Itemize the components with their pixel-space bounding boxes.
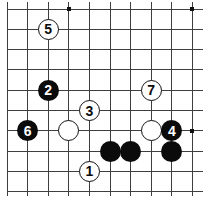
black-stone-move-2: 2 <box>38 80 59 101</box>
white-stone-move-3: 3 <box>79 100 100 121</box>
grid-vline <box>27 2 28 196</box>
white-stone-move-5: 5 <box>38 19 59 40</box>
grid-hline <box>7 69 204 70</box>
grid-hline <box>7 191 204 192</box>
white-stone-move-1: 1 <box>79 161 100 182</box>
white-stone <box>58 120 79 141</box>
black-stone <box>161 141 182 162</box>
grid-vline <box>130 2 131 196</box>
black-stone-move-4: 4 <box>161 120 182 141</box>
grid-hline <box>7 90 204 91</box>
grid-vline <box>171 2 172 196</box>
white-stone-move-7: 7 <box>141 80 162 101</box>
grid-hline <box>7 171 204 172</box>
grid-vline <box>68 2 69 196</box>
grid-hline <box>7 110 204 111</box>
grid-vline <box>110 2 111 196</box>
black-stone <box>100 141 121 162</box>
star-point <box>190 129 194 133</box>
star-point <box>190 7 194 11</box>
grid-vline <box>192 2 193 196</box>
black-stone <box>120 141 141 162</box>
star-point <box>67 7 71 11</box>
grid-vline <box>7 2 8 196</box>
black-stone-move-6: 6 <box>17 120 38 141</box>
grid-hline <box>7 49 204 50</box>
grid-hline <box>7 29 204 30</box>
white-stone <box>141 120 162 141</box>
go-board-diagram: 5273641 <box>0 0 203 203</box>
grid-hline <box>7 9 204 10</box>
